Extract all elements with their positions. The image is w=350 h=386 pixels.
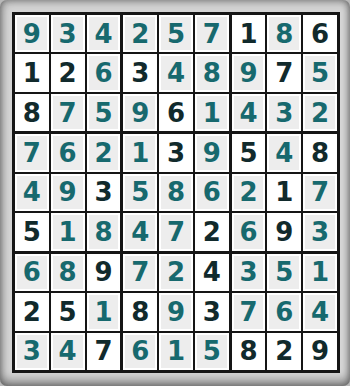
cell-r3c2[interactable]: 7	[51, 94, 85, 131]
cell-r9c7[interactable]: 8	[232, 333, 266, 370]
cell-r2c7[interactable]: 9	[232, 54, 266, 91]
cell-r1c6[interactable]: 7	[195, 15, 229, 52]
cell-r8c3[interactable]: 1	[87, 293, 121, 330]
cell-r8c5[interactable]: 9	[159, 293, 193, 330]
cell-r8c2[interactable]: 5	[51, 293, 85, 330]
cell-r9c3[interactable]: 7	[87, 333, 121, 370]
cell-r2c8[interactable]: 7	[267, 54, 301, 91]
cell-r8c6[interactable]: 3	[195, 293, 229, 330]
cell-r9c5[interactable]: 1	[159, 333, 193, 370]
cell-r3c6[interactable]: 1	[195, 94, 229, 131]
cell-r8c1[interactable]: 2	[15, 293, 49, 330]
cell-r1c8[interactable]: 8	[267, 15, 301, 52]
cell-r5c4[interactable]: 5	[123, 174, 157, 211]
cell-r1c1[interactable]: 9	[15, 15, 49, 52]
cell-r9c1[interactable]: 3	[15, 333, 49, 370]
cell-r3c7[interactable]: 4	[232, 94, 266, 131]
cell-r8c4[interactable]: 8	[123, 293, 157, 330]
cell-r3c1[interactable]: 8	[15, 94, 49, 131]
cell-r6c4[interactable]: 4	[123, 213, 157, 250]
cell-r4c2[interactable]: 6	[51, 134, 85, 171]
cell-r4c7[interactable]: 5	[232, 134, 266, 171]
cell-r6c2[interactable]: 1	[51, 213, 85, 250]
sudoku-board: 9341268752573489611869754327624935181395…	[12, 12, 340, 373]
cell-r4c1[interactable]: 7	[15, 134, 49, 171]
cell-r2c9[interactable]: 5	[303, 54, 337, 91]
cell-r8c8[interactable]: 6	[267, 293, 301, 330]
cell-r1c7[interactable]: 1	[232, 15, 266, 52]
cell-r4c4[interactable]: 1	[123, 134, 157, 171]
sudoku-box-8: 724893615	[123, 254, 228, 370]
cell-r8c7[interactable]: 7	[232, 293, 266, 330]
cell-r7c4[interactable]: 7	[123, 254, 157, 291]
cell-r4c3[interactable]: 2	[87, 134, 121, 171]
cell-r6c9[interactable]: 3	[303, 213, 337, 250]
cell-r3c5[interactable]: 6	[159, 94, 193, 131]
cell-r4c9[interactable]: 8	[303, 134, 337, 171]
cell-r5c7[interactable]: 2	[232, 174, 266, 211]
cell-r7c8[interactable]: 5	[267, 254, 301, 291]
cell-r9c4[interactable]: 6	[123, 333, 157, 370]
cell-r6c8[interactable]: 9	[267, 213, 301, 250]
cell-r9c8[interactable]: 2	[267, 333, 301, 370]
cell-r2c1[interactable]: 1	[15, 54, 49, 91]
sudoku-box-2: 257348961	[123, 15, 228, 131]
cell-r9c2[interactable]: 4	[51, 333, 85, 370]
cell-r5c2[interactable]: 9	[51, 174, 85, 211]
cell-r5c8[interactable]: 1	[267, 174, 301, 211]
cell-r6c1[interactable]: 5	[15, 213, 49, 250]
cell-r7c5[interactable]: 2	[159, 254, 193, 291]
sudoku-box-3: 186975432	[232, 15, 337, 131]
cell-r1c2[interactable]: 3	[51, 15, 85, 52]
cell-r7c9[interactable]: 1	[303, 254, 337, 291]
cell-r5c3[interactable]: 3	[87, 174, 121, 211]
sudoku-box-7: 689251347	[15, 254, 120, 370]
cell-r3c4[interactable]: 9	[123, 94, 157, 131]
cell-r1c9[interactable]: 6	[303, 15, 337, 52]
cell-r2c2[interactable]: 2	[51, 54, 85, 91]
cell-r3c9[interactable]: 2	[303, 94, 337, 131]
cell-r5c6[interactable]: 6	[195, 174, 229, 211]
page-background: 9341268752573489611869754327624935181395…	[0, 0, 350, 386]
sudoku-box-1: 934126875	[15, 15, 120, 131]
cell-r3c3[interactable]: 5	[87, 94, 121, 131]
cell-r2c4[interactable]: 3	[123, 54, 157, 91]
cell-r2c6[interactable]: 8	[195, 54, 229, 91]
cell-r3c8[interactable]: 3	[267, 94, 301, 131]
cell-r2c3[interactable]: 6	[87, 54, 121, 91]
cell-r1c3[interactable]: 4	[87, 15, 121, 52]
cell-r8c9[interactable]: 4	[303, 293, 337, 330]
sudoku-box-4: 762493518	[15, 134, 120, 250]
cell-r7c3[interactable]: 9	[87, 254, 121, 291]
cell-r7c7[interactable]: 3	[232, 254, 266, 291]
sudoku-box-6: 548217693	[232, 134, 337, 250]
cell-r5c5[interactable]: 8	[159, 174, 193, 211]
cell-r4c8[interactable]: 4	[267, 134, 301, 171]
cell-r5c1[interactable]: 4	[15, 174, 49, 211]
cell-r2c5[interactable]: 4	[159, 54, 193, 91]
cell-r4c5[interactable]: 3	[159, 134, 193, 171]
cell-r7c6[interactable]: 4	[195, 254, 229, 291]
cell-r7c2[interactable]: 8	[51, 254, 85, 291]
cell-r9c9[interactable]: 9	[303, 333, 337, 370]
cell-r6c7[interactable]: 6	[232, 213, 266, 250]
cell-r6c5[interactable]: 7	[159, 213, 193, 250]
cell-r1c4[interactable]: 2	[123, 15, 157, 52]
cell-r7c1[interactable]: 6	[15, 254, 49, 291]
sudoku-box-5: 139586472	[123, 134, 228, 250]
cell-r9c6[interactable]: 5	[195, 333, 229, 370]
cell-r6c3[interactable]: 8	[87, 213, 121, 250]
cell-r1c5[interactable]: 5	[159, 15, 193, 52]
cell-r6c6[interactable]: 2	[195, 213, 229, 250]
sudoku-box-9: 351764829	[232, 254, 337, 370]
cell-r5c9[interactable]: 7	[303, 174, 337, 211]
cell-r4c6[interactable]: 9	[195, 134, 229, 171]
